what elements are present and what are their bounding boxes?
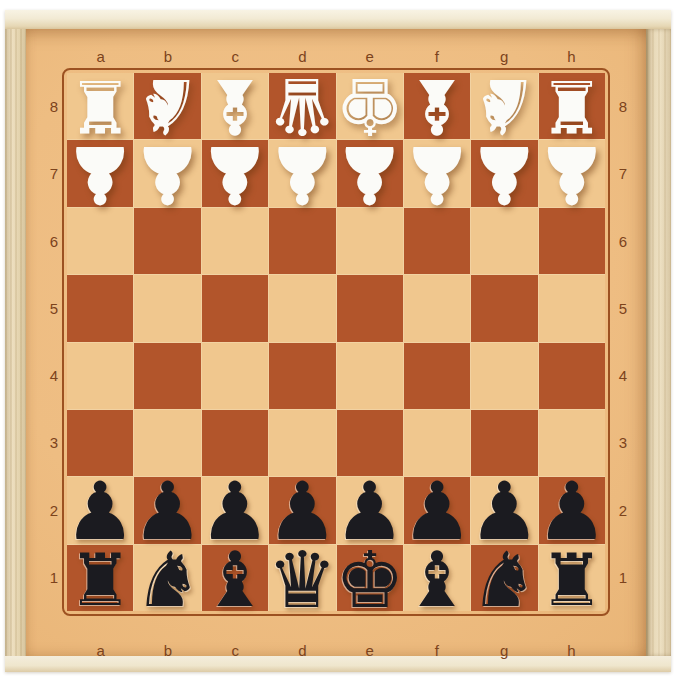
piece-black-pawn-b2[interactable]: ♟ <box>134 477 200 543</box>
piece-white-pawn-g7[interactable]: ♟ <box>471 140 537 206</box>
square-a5[interactable] <box>67 275 133 341</box>
piece-white-pawn-f7[interactable]: ♟ <box>404 140 470 206</box>
pawn-glyph: ♟ <box>132 134 204 214</box>
knight-glyph: ♞ <box>134 542 202 618</box>
rank-label-7: 7 <box>611 140 635 207</box>
wooden-frame: abcdefgh abcdefgh 87654321 87654321 ♜♞♝♛… <box>5 10 671 672</box>
square-h5[interactable] <box>539 275 605 341</box>
square-h1[interactable]: ♜ <box>539 545 605 611</box>
piece-black-bishop-f1[interactable]: ♝ <box>404 545 470 611</box>
rank-label-5: 5 <box>611 275 635 342</box>
file-label-g: g <box>471 639 538 661</box>
bishop-glyph: ♝ <box>403 542 471 618</box>
square-c7[interactable]: ♟ <box>202 140 268 206</box>
knight-glyph: ♞ <box>470 542 538 618</box>
piece-black-king-e1[interactable]: ♚ <box>337 545 403 611</box>
rook-glyph: ♜ <box>68 544 133 616</box>
square-g7[interactable]: ♟ <box>471 140 537 206</box>
pawn-glyph: ♟ <box>199 134 271 214</box>
file-label-f: f <box>403 639 470 661</box>
square-b1[interactable]: ♞ <box>134 545 200 611</box>
pawn-glyph: ♟ <box>469 134 541 214</box>
square-e7[interactable]: ♟ <box>337 140 403 206</box>
square-f4[interactable] <box>404 343 470 409</box>
square-f2[interactable]: ♟ <box>404 477 470 543</box>
square-f1[interactable]: ♝ <box>404 545 470 611</box>
square-d1[interactable]: ♛ <box>269 545 335 611</box>
file-labels-bottom: abcdefgh <box>67 639 605 661</box>
piece-black-pawn-d2[interactable]: ♟ <box>269 477 335 543</box>
file-label-e: e <box>336 639 403 661</box>
file-label-d: d <box>269 639 336 661</box>
pawn-glyph: ♟ <box>266 134 338 214</box>
square-e5[interactable] <box>337 275 403 341</box>
board-outline: ♜♞♝♛♚♝♞♜♟♟♟♟♟♟♟♟♟♟♟♟♟♟♟♟♜♞♝♛♚♝♞♜ <box>62 68 610 616</box>
square-c5[interactable] <box>202 275 268 341</box>
square-f5[interactable] <box>404 275 470 341</box>
piece-black-pawn-a2[interactable]: ♟ <box>67 477 133 543</box>
piece-black-pawn-g2[interactable]: ♟ <box>471 477 537 543</box>
piece-white-pawn-d7[interactable]: ♟ <box>269 140 335 206</box>
square-e4[interactable] <box>337 343 403 409</box>
square-c4[interactable] <box>202 343 268 409</box>
square-b7[interactable]: ♟ <box>134 140 200 206</box>
piece-black-pawn-c2[interactable]: ♟ <box>202 477 268 543</box>
square-a1[interactable]: ♜ <box>67 545 133 611</box>
square-a4[interactable] <box>67 343 133 409</box>
square-g1[interactable]: ♞ <box>471 545 537 611</box>
piece-black-bishop-c1[interactable]: ♝ <box>202 545 268 611</box>
square-a2[interactable]: ♟ <box>67 477 133 543</box>
pawn-glyph: ♟ <box>64 134 136 214</box>
square-d4[interactable] <box>269 343 335 409</box>
piece-black-knight-b1[interactable]: ♞ <box>134 545 200 611</box>
square-d7[interactable]: ♟ <box>269 140 335 206</box>
piece-white-pawn-b7[interactable]: ♟ <box>134 140 200 206</box>
board-surface: abcdefgh abcdefgh 87654321 87654321 ♜♞♝♛… <box>26 29 646 656</box>
square-g4[interactable] <box>471 343 537 409</box>
piece-black-rook-a1[interactable]: ♜ <box>67 545 133 611</box>
square-b5[interactable] <box>134 275 200 341</box>
file-label-h: h <box>538 639 605 661</box>
frame-rail-right <box>646 29 671 656</box>
piece-white-pawn-h7[interactable]: ♟ <box>539 140 605 206</box>
piece-black-queen-d1[interactable]: ♛ <box>269 545 335 611</box>
piece-black-knight-g1[interactable]: ♞ <box>471 545 537 611</box>
square-d5[interactable] <box>269 275 335 341</box>
square-e1[interactable]: ♚ <box>337 545 403 611</box>
chess-grid: ♜♞♝♛♚♝♞♜♟♟♟♟♟♟♟♟♟♟♟♟♟♟♟♟♜♞♝♛♚♝♞♜ <box>67 73 605 611</box>
photo-background: abcdefgh abcdefgh 87654321 87654321 ♜♞♝♛… <box>0 0 676 684</box>
square-c1[interactable]: ♝ <box>202 545 268 611</box>
rook-glyph: ♜ <box>540 544 605 616</box>
square-h7[interactable]: ♟ <box>539 140 605 206</box>
pawn-glyph: ♟ <box>401 134 473 214</box>
file-label-b: b <box>134 639 201 661</box>
pawn-glyph: ♟ <box>334 134 406 214</box>
piece-black-pawn-e2[interactable]: ♟ <box>337 477 403 543</box>
square-b4[interactable] <box>134 343 200 409</box>
square-d2[interactable]: ♟ <box>269 477 335 543</box>
piece-black-pawn-h2[interactable]: ♟ <box>539 477 605 543</box>
square-b2[interactable]: ♟ <box>134 477 200 543</box>
piece-black-pawn-f2[interactable]: ♟ <box>404 477 470 543</box>
rank-labels-right: 87654321 <box>611 73 635 611</box>
square-h4[interactable] <box>539 343 605 409</box>
piece-white-pawn-e7[interactable]: ♟ <box>337 140 403 206</box>
rank-label-3: 3 <box>611 409 635 476</box>
rank-label-2: 2 <box>611 477 635 544</box>
rank-label-8: 8 <box>611 73 635 140</box>
square-e2[interactable]: ♟ <box>337 477 403 543</box>
square-f7[interactable]: ♟ <box>404 140 470 206</box>
rank-label-1: 1 <box>611 544 635 611</box>
piece-white-pawn-a7[interactable]: ♟ <box>67 140 133 206</box>
file-label-a: a <box>67 639 134 661</box>
pawn-glyph: ♟ <box>536 134 608 214</box>
king-glyph: ♚ <box>335 541 405 619</box>
piece-white-pawn-c7[interactable]: ♟ <box>202 140 268 206</box>
frame-rail-top <box>5 10 671 29</box>
bishop-glyph: ♝ <box>201 542 269 618</box>
rank-label-4: 4 <box>611 342 635 409</box>
rank-label-6: 6 <box>611 208 635 275</box>
square-h2[interactable]: ♟ <box>539 477 605 543</box>
piece-black-rook-h1[interactable]: ♜ <box>539 545 605 611</box>
file-label-c: c <box>202 639 269 661</box>
square-a7[interactable]: ♟ <box>67 140 133 206</box>
square-g2[interactable]: ♟ <box>471 477 537 543</box>
square-g5[interactable] <box>471 275 537 341</box>
square-c2[interactable]: ♟ <box>202 477 268 543</box>
frame-rail-left <box>5 29 26 656</box>
queen-glyph: ♛ <box>267 541 337 619</box>
